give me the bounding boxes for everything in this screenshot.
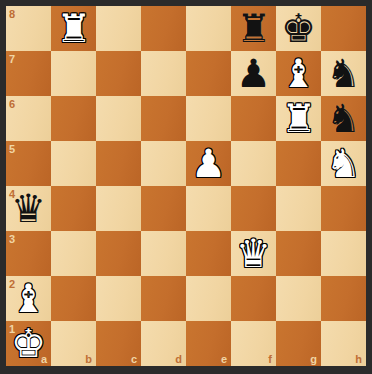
square-e6[interactable] [186, 96, 231, 141]
square-b2[interactable] [51, 276, 96, 321]
square-h7[interactable]: ♞ [321, 51, 366, 96]
square-b4[interactable] [51, 186, 96, 231]
square-f5[interactable] [231, 141, 276, 186]
square-d8[interactable] [141, 6, 186, 51]
square-g4[interactable] [276, 186, 321, 231]
square-e8[interactable] [186, 6, 231, 51]
square-h5[interactable]: ♞ [321, 141, 366, 186]
board-frame: 8♜♜♚7♟♝♞6♜♞5♟♞4♛3♛2♝1a♚bcdefgh [0, 0, 372, 374]
black-queen[interactable]: ♛ [11, 186, 46, 231]
square-b5[interactable] [51, 141, 96, 186]
square-e4[interactable] [186, 186, 231, 231]
square-c5[interactable] [96, 141, 141, 186]
chess-board: 8♜♜♚7♟♝♞6♜♞5♟♞4♛3♛2♝1a♚bcdefgh [6, 6, 366, 366]
file-label-c: c [131, 353, 137, 365]
file-label-h: h [355, 353, 362, 365]
white-pawn[interactable]: ♟ [191, 141, 226, 186]
square-a8[interactable]: 8 [6, 6, 51, 51]
square-b1[interactable]: b [51, 321, 96, 366]
square-h8[interactable] [321, 6, 366, 51]
square-f8[interactable]: ♜ [231, 6, 276, 51]
square-h6[interactable]: ♞ [321, 96, 366, 141]
square-e1[interactable]: e [186, 321, 231, 366]
white-queen[interactable]: ♛ [236, 231, 271, 276]
square-c3[interactable] [96, 231, 141, 276]
square-g7[interactable]: ♝ [276, 51, 321, 96]
square-e7[interactable] [186, 51, 231, 96]
square-e5[interactable]: ♟ [186, 141, 231, 186]
square-a5[interactable]: 5 [6, 141, 51, 186]
square-f1[interactable]: f [231, 321, 276, 366]
square-h4[interactable] [321, 186, 366, 231]
square-f2[interactable] [231, 276, 276, 321]
square-g1[interactable]: g [276, 321, 321, 366]
square-b7[interactable] [51, 51, 96, 96]
black-knight[interactable]: ♞ [326, 51, 361, 96]
black-king[interactable]: ♚ [281, 6, 316, 51]
file-label-f: f [268, 353, 272, 365]
file-label-b: b [85, 353, 92, 365]
square-d6[interactable] [141, 96, 186, 141]
square-g8[interactable]: ♚ [276, 6, 321, 51]
square-a7[interactable]: 7 [6, 51, 51, 96]
white-bishop[interactable]: ♝ [281, 51, 316, 96]
rank-label-8: 8 [9, 8, 15, 20]
square-g5[interactable] [276, 141, 321, 186]
rank-label-6: 6 [9, 98, 15, 110]
square-b8[interactable]: ♜ [51, 6, 96, 51]
square-f7[interactable]: ♟ [231, 51, 276, 96]
black-pawn[interactable]: ♟ [236, 51, 271, 96]
square-f3[interactable]: ♛ [231, 231, 276, 276]
white-knight[interactable]: ♞ [326, 141, 361, 186]
square-c8[interactable] [96, 6, 141, 51]
white-rook[interactable]: ♜ [56, 6, 91, 51]
square-f4[interactable] [231, 186, 276, 231]
square-e3[interactable] [186, 231, 231, 276]
white-bishop[interactable]: ♝ [11, 276, 46, 321]
square-c2[interactable] [96, 276, 141, 321]
square-f6[interactable] [231, 96, 276, 141]
file-label-g: g [310, 353, 317, 365]
white-rook[interactable]: ♜ [281, 96, 316, 141]
square-g3[interactable] [276, 231, 321, 276]
square-d2[interactable] [141, 276, 186, 321]
square-c6[interactable] [96, 96, 141, 141]
square-c7[interactable] [96, 51, 141, 96]
file-label-d: d [175, 353, 182, 365]
rank-label-3: 3 [9, 233, 15, 245]
square-h2[interactable] [321, 276, 366, 321]
square-a3[interactable]: 3 [6, 231, 51, 276]
black-rook[interactable]: ♜ [236, 6, 271, 51]
square-a1[interactable]: 1a♚ [6, 321, 51, 366]
square-d1[interactable]: d [141, 321, 186, 366]
square-a4[interactable]: 4♛ [6, 186, 51, 231]
black-knight[interactable]: ♞ [326, 96, 361, 141]
square-g6[interactable]: ♜ [276, 96, 321, 141]
square-b3[interactable] [51, 231, 96, 276]
square-d5[interactable] [141, 141, 186, 186]
square-d3[interactable] [141, 231, 186, 276]
square-h1[interactable]: h [321, 321, 366, 366]
square-h3[interactable] [321, 231, 366, 276]
square-c4[interactable] [96, 186, 141, 231]
square-g2[interactable] [276, 276, 321, 321]
rank-label-7: 7 [9, 53, 15, 65]
rank-label-5: 5 [9, 143, 15, 155]
square-c1[interactable]: c [96, 321, 141, 366]
square-e2[interactable] [186, 276, 231, 321]
file-label-e: e [221, 353, 227, 365]
square-d4[interactable] [141, 186, 186, 231]
square-d7[interactable] [141, 51, 186, 96]
white-king[interactable]: ♚ [11, 321, 46, 366]
square-a6[interactable]: 6 [6, 96, 51, 141]
square-b6[interactable] [51, 96, 96, 141]
square-a2[interactable]: 2♝ [6, 276, 51, 321]
